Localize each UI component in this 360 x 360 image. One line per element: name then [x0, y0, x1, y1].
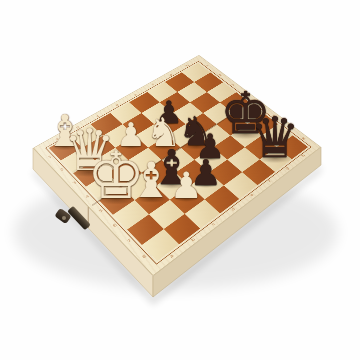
- coord-label: 5: [98, 209, 103, 214]
- coord-label: 1: [47, 155, 52, 159]
- coord-label: 8: [301, 137, 306, 141]
- coord-label: h: [185, 64, 189, 67]
- coord-label: b: [75, 126, 80, 130]
- coord-label: 6: [272, 114, 277, 117]
- coord-label: d: [231, 207, 236, 212]
- coord-label: 4: [244, 93, 249, 96]
- coord-label: a: [169, 254, 175, 259]
- product-photo-scene: aa11bb22cc33dd44ee55ff66gg77hh88 ♝♛♚♟♝♞♟…: [0, 0, 360, 360]
- coord-label: c: [211, 222, 216, 227]
- coord-label: c: [96, 114, 100, 117]
- coord-label: g: [169, 73, 173, 76]
- coord-label: 3: [72, 181, 77, 185]
- coord-label: h: [301, 154, 306, 158]
- coord-label: 7: [127, 238, 133, 243]
- coord-label: 7: [286, 125, 291, 129]
- coord-label: 3: [231, 83, 236, 86]
- coord-label: 8: [142, 254, 148, 259]
- coord-label: 4: [85, 194, 90, 198]
- coord-label: e: [133, 93, 138, 96]
- coord-label: 2: [218, 74, 222, 77]
- coord-label: 2: [59, 168, 64, 172]
- coord-label: b: [190, 237, 196, 242]
- coord-label: f: [268, 180, 272, 183]
- coord-label: 1: [206, 64, 210, 67]
- coord-label: a: [55, 137, 60, 141]
- coord-label: 6: [112, 223, 118, 228]
- coord-label: g: [284, 166, 289, 170]
- coord-label: f: [152, 83, 156, 86]
- coord-label: d: [115, 103, 120, 106]
- coord-label: 5: [258, 104, 263, 107]
- coord-label: e: [249, 193, 254, 197]
